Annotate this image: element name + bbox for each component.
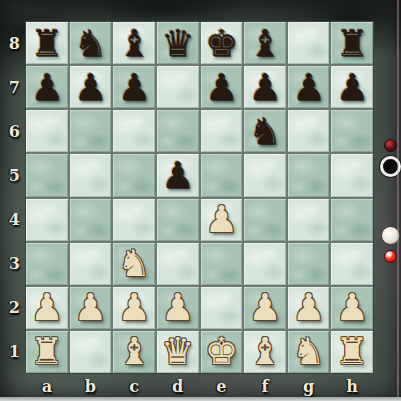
piece-white-pawn: ♟ [161, 289, 194, 326]
square-g6[interactable] [288, 110, 330, 152]
square-e6[interactable] [201, 110, 243, 152]
square-e3[interactable] [201, 243, 243, 285]
square-f7[interactable]: ♟ [244, 66, 286, 108]
square-b6[interactable] [70, 110, 112, 152]
piece-black-pawn: ♟ [30, 69, 63, 106]
piece-white-pawn: ♟ [336, 289, 369, 326]
piece-black-knight: ♞ [74, 25, 107, 62]
square-g5[interactable] [288, 154, 330, 196]
file-label-e: e [216, 377, 226, 396]
square-b3[interactable] [70, 243, 112, 285]
piece-white-king: ♚ [205, 333, 238, 370]
square-c8[interactable]: ♝ [113, 22, 155, 64]
square-f2[interactable]: ♟ [244, 287, 286, 329]
file-labels: abcdefgh [25, 375, 374, 398]
square-d1[interactable]: ♛ [157, 331, 199, 373]
square-b5[interactable] [70, 154, 112, 196]
file-label-b: b [85, 377, 96, 396]
square-g3[interactable] [288, 243, 330, 285]
square-c2[interactable]: ♟ [113, 287, 155, 329]
rank-label-7: 7 [9, 78, 20, 97]
piece-white-pawn: ♟ [248, 289, 281, 326]
piece-black-king: ♚ [205, 25, 238, 62]
square-f3[interactable] [244, 243, 286, 285]
square-g8[interactable] [288, 22, 330, 64]
piece-black-rook: ♜ [30, 25, 63, 62]
square-d6[interactable] [157, 110, 199, 152]
piece-white-rook: ♜ [30, 333, 63, 370]
piece-white-pawn: ♟ [117, 289, 150, 326]
square-d3[interactable] [157, 243, 199, 285]
window-edge-bottom [0, 397, 401, 401]
square-a3[interactable] [26, 243, 68, 285]
square-h6[interactable] [331, 110, 373, 152]
piece-black-pawn: ♟ [117, 69, 150, 106]
file-label-d: d [172, 377, 183, 396]
square-g4[interactable] [288, 199, 330, 241]
rank-label-1: 1 [9, 342, 20, 361]
square-g2[interactable]: ♟ [288, 287, 330, 329]
window-edge-right [397, 0, 399, 401]
square-b1[interactable] [70, 331, 112, 373]
square-h3[interactable] [331, 243, 373, 285]
square-e1[interactable]: ♚ [201, 331, 243, 373]
square-d2[interactable]: ♟ [157, 287, 199, 329]
square-g7[interactable]: ♟ [288, 66, 330, 108]
piece-white-pawn: ♟ [205, 201, 238, 238]
square-f1[interactable]: ♝ [244, 331, 286, 373]
piece-black-pawn: ♟ [336, 69, 369, 106]
square-d7[interactable] [157, 66, 199, 108]
square-c7[interactable]: ♟ [113, 66, 155, 108]
square-c4[interactable] [113, 199, 155, 241]
file-label-a: a [42, 377, 52, 396]
rank-label-3: 3 [9, 254, 20, 273]
square-h4[interactable] [331, 199, 373, 241]
square-c6[interactable] [113, 110, 155, 152]
piece-black-pawn: ♟ [161, 157, 194, 194]
piece-white-knight: ♞ [292, 333, 325, 370]
square-d5[interactable]: ♟ [157, 154, 199, 196]
square-e8[interactable]: ♚ [201, 22, 243, 64]
square-a1[interactable]: ♜ [26, 331, 68, 373]
piece-white-bishop: ♝ [248, 333, 281, 370]
rank-label-5: 5 [9, 166, 20, 185]
piece-white-bishop: ♝ [117, 333, 150, 370]
file-label-f: f [261, 377, 268, 396]
piece-black-pawn: ♟ [205, 69, 238, 106]
piece-black-queen: ♛ [161, 25, 194, 62]
board: ♜♞♝♛♚♝♜♟♟♟♟♟♟♟♞♟♟♞♟♟♟♟♟♟♟♜♝♛♚♝♞♜ [25, 21, 374, 374]
file-label-g: g [303, 377, 314, 396]
piece-black-knight: ♞ [248, 113, 281, 150]
piece-white-queen: ♛ [161, 333, 194, 370]
square-a8[interactable]: ♜ [26, 22, 68, 64]
square-c1[interactable]: ♝ [113, 331, 155, 373]
square-d4[interactable] [157, 199, 199, 241]
rank-label-2: 2 [9, 298, 20, 317]
square-h8[interactable]: ♜ [331, 22, 373, 64]
square-d8[interactable]: ♛ [157, 22, 199, 64]
rank-labels: 87654321 [0, 21, 23, 374]
file-label-h: h [346, 377, 358, 396]
square-a6[interactable] [26, 110, 68, 152]
piece-white-knight: ♞ [117, 245, 150, 282]
rank-label-8: 8 [9, 34, 20, 53]
square-e2[interactable] [201, 287, 243, 329]
square-b7[interactable]: ♟ [70, 66, 112, 108]
piece-black-pawn: ♟ [248, 69, 281, 106]
piece-white-rook: ♜ [336, 333, 369, 370]
chess-app-window: ♜♞♝♛♚♝♜♟♟♟♟♟♟♟♞♟♟♞♟♟♟♟♟♟♟♜♝♛♚♝♞♜ 8765432… [0, 0, 401, 401]
square-f6[interactable]: ♞ [244, 110, 286, 152]
square-c5[interactable] [113, 154, 155, 196]
piece-black-bishop: ♝ [248, 25, 281, 62]
square-a7[interactable]: ♟ [26, 66, 68, 108]
white-turn-light-icon [384, 250, 397, 263]
black-turn-light-icon [384, 139, 397, 152]
square-h2[interactable]: ♟ [331, 287, 373, 329]
piece-black-rook: ♜ [336, 25, 369, 62]
square-h1[interactable]: ♜ [331, 331, 373, 373]
square-b2[interactable]: ♟ [70, 287, 112, 329]
file-label-c: c [129, 377, 139, 396]
piece-black-pawn: ♟ [292, 69, 325, 106]
square-b4[interactable] [70, 199, 112, 241]
square-a4[interactable] [26, 199, 68, 241]
square-c3[interactable]: ♞ [113, 243, 155, 285]
square-b8[interactable]: ♞ [70, 22, 112, 64]
square-e5[interactable] [201, 154, 243, 196]
square-a2[interactable]: ♟ [26, 287, 68, 329]
square-f4[interactable] [244, 199, 286, 241]
rank-label-4: 4 [9, 210, 20, 229]
piece-black-bishop: ♝ [117, 25, 150, 62]
piece-white-pawn: ♟ [74, 289, 107, 326]
square-e4[interactable]: ♟ [201, 199, 243, 241]
piece-black-pawn: ♟ [74, 69, 107, 106]
piece-white-pawn: ♟ [292, 289, 325, 326]
square-h7[interactable]: ♟ [331, 66, 373, 108]
square-h5[interactable] [331, 154, 373, 196]
square-f5[interactable] [244, 154, 286, 196]
square-a5[interactable] [26, 154, 68, 196]
piece-white-pawn: ♟ [30, 289, 63, 326]
square-e7[interactable]: ♟ [201, 66, 243, 108]
square-g1[interactable]: ♞ [288, 331, 330, 373]
square-f8[interactable]: ♝ [244, 22, 286, 64]
rank-label-6: 6 [9, 122, 20, 141]
